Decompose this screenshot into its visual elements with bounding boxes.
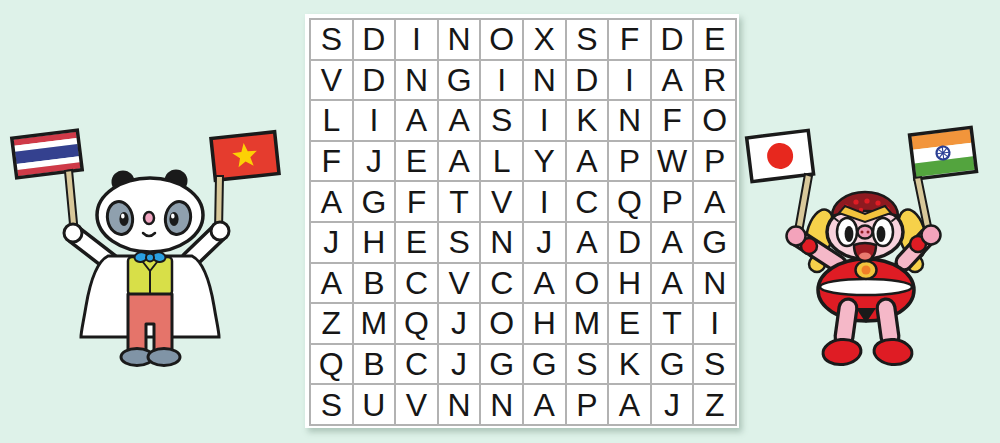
grid-cell: T	[438, 181, 481, 222]
grid-cell: V	[438, 263, 481, 304]
shoe	[148, 349, 180, 366]
grid-cell: A	[438, 100, 481, 141]
grid-cell: N	[608, 100, 651, 141]
grid-cell: R	[693, 60, 736, 101]
puzzle-scene: SDINOXSFDEVDNGINDIARLIAASIKNFOFJEALYAPWP…	[0, 0, 1000, 443]
girl-hand	[922, 226, 941, 245]
grid-cell: O	[566, 263, 609, 304]
grid-cell: A	[651, 263, 694, 304]
girl-nose	[858, 226, 873, 239]
shoe	[873, 338, 913, 367]
grid-cell: V	[480, 181, 523, 222]
grid-cell: H	[523, 303, 566, 344]
grid-cell: V	[395, 384, 438, 425]
grid-cell: N	[438, 384, 481, 425]
girl-mouth	[854, 243, 876, 261]
grid-cell: I	[395, 19, 438, 60]
grid-cell: A	[693, 181, 736, 222]
grid-cell: L	[310, 100, 353, 141]
grid-cell: G	[480, 344, 523, 385]
grid-cell: D	[651, 19, 694, 60]
grid-cell: P	[693, 141, 736, 182]
grid-cell: T	[651, 303, 694, 344]
grid-cell: O	[480, 303, 523, 344]
grid-cell: S	[310, 19, 353, 60]
grid-cell: P	[566, 384, 609, 425]
grid-cell: G	[651, 344, 694, 385]
grid-cell: N	[523, 60, 566, 101]
grid-cell: C	[395, 344, 438, 385]
grid-cell: S	[438, 222, 481, 263]
grid-cell: N	[438, 19, 481, 60]
girl-hand	[787, 227, 806, 246]
grid-cell: A	[310, 263, 353, 304]
belt	[820, 279, 912, 295]
grid-cell: A	[523, 384, 566, 425]
grid-cell: J	[438, 344, 481, 385]
grid-cell: M	[566, 303, 609, 344]
grid-cell: W	[651, 141, 694, 182]
shoe	[822, 338, 862, 367]
vest	[128, 257, 172, 295]
grid-cell: C	[566, 181, 609, 222]
grid-cell: A	[523, 263, 566, 304]
grid-cell: E	[693, 19, 736, 60]
grid-cell: F	[310, 141, 353, 182]
grid-cell: I	[480, 60, 523, 101]
grid-cell: G	[693, 222, 736, 263]
grid-cell: N	[395, 60, 438, 101]
grid-cell: Z	[693, 384, 736, 425]
grid-cell: A	[395, 100, 438, 141]
panda-nose	[144, 212, 154, 224]
grid-cell: S	[566, 344, 609, 385]
grid-cell: H	[353, 222, 396, 263]
grid-cell: F	[395, 181, 438, 222]
grid-cell: C	[480, 263, 523, 304]
grid-cell: K	[566, 100, 609, 141]
grid-cell: J	[310, 222, 353, 263]
chest-badge	[856, 261, 877, 279]
vietnam-flag	[211, 132, 279, 180]
grid-cell: S	[480, 100, 523, 141]
grid-cell: A	[566, 141, 609, 182]
grid-cell: D	[353, 60, 396, 101]
grid-cell: V	[310, 60, 353, 101]
grid-cell: M	[353, 303, 396, 344]
word-search-card: SDINOXSFDEVDNGINDIARLIAASIKNFOFJEALYAPWP…	[305, 14, 739, 428]
word-grid: SDINOXSFDEVDNGINDIARLIAASIKNFOFJEALYAPWP…	[309, 18, 737, 426]
grid-cell: P	[608, 141, 651, 182]
grid-cell: S	[310, 384, 353, 425]
grid-cell: A	[438, 141, 481, 182]
grid-cell: E	[395, 222, 438, 263]
grid-cell: S	[566, 19, 609, 60]
grid-cell: Q	[395, 303, 438, 344]
grid-cell: D	[353, 19, 396, 60]
grid-cell: S	[693, 344, 736, 385]
grid-cell: Z	[310, 303, 353, 344]
grid-cell: I	[523, 181, 566, 222]
grid-cell: G	[523, 344, 566, 385]
grid-cell: J	[523, 222, 566, 263]
panda-hand	[211, 222, 229, 240]
grid-cell: B	[353, 344, 396, 385]
grid-cell: O	[480, 19, 523, 60]
grid-cell: I	[693, 303, 736, 344]
grid-cell: N	[480, 384, 523, 425]
grid-cell: A	[651, 60, 694, 101]
panda-mascot	[8, 126, 288, 374]
grid-cell: C	[395, 263, 438, 304]
grid-cell: B	[353, 263, 396, 304]
grid-cell: N	[480, 222, 523, 263]
grid-cell: F	[651, 100, 694, 141]
grid-cell: U	[353, 384, 396, 425]
grid-cell: J	[353, 141, 396, 182]
pants	[128, 294, 172, 352]
grid-cell: A	[566, 222, 609, 263]
grid-cell: A	[310, 181, 353, 222]
japan-flag	[747, 130, 814, 181]
grid-cell: I	[608, 60, 651, 101]
grid-cell: E	[608, 303, 651, 344]
grid-cell: A	[608, 384, 651, 425]
grid-cell: X	[523, 19, 566, 60]
grid-cell: G	[438, 60, 481, 101]
grid-cell: D	[608, 222, 651, 263]
eye-highlight	[121, 213, 125, 218]
grid-cell: F	[608, 19, 651, 60]
grid-cell: Q	[608, 181, 651, 222]
grid-cell: I	[523, 100, 566, 141]
grid-cell: O	[693, 100, 736, 141]
grid-cell: G	[353, 181, 396, 222]
grid-cell: A	[651, 222, 694, 263]
grid-cell: Q	[310, 344, 353, 385]
grid-cell: D	[566, 60, 609, 101]
eye-highlight	[171, 213, 175, 218]
grid-cell: Y	[523, 141, 566, 182]
girl-mascot	[743, 122, 983, 372]
india-flag	[910, 127, 977, 179]
grid-cell: L	[480, 141, 523, 182]
grid-cell: N	[693, 263, 736, 304]
grid-cell: E	[395, 141, 438, 182]
grid-cell: P	[651, 181, 694, 222]
grid-cell: H	[608, 263, 651, 304]
grid-cell: J	[651, 384, 694, 425]
grid-cell: J	[438, 303, 481, 344]
grid-cell: I	[353, 100, 396, 141]
grid-cell: K	[608, 344, 651, 385]
panda-hand	[64, 224, 82, 242]
